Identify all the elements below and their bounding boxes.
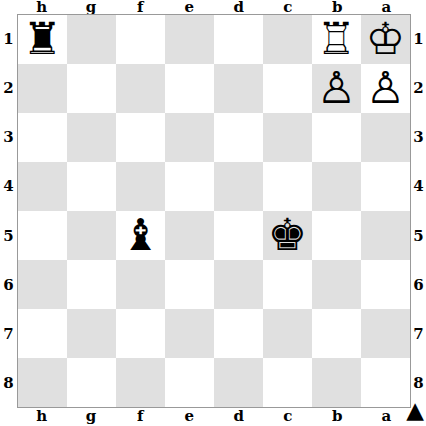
square-a1[interactable]: ♔ <box>361 15 410 64</box>
square-c7[interactable] <box>263 309 312 358</box>
rank-label-8: 8 <box>0 359 17 408</box>
square-a4[interactable] <box>361 162 410 211</box>
square-g1[interactable] <box>67 15 116 64</box>
side-to-move-indicator: ▲ <box>406 399 424 422</box>
rank-label-6: 6 <box>0 260 17 309</box>
square-g6[interactable] <box>67 260 116 309</box>
square-h5[interactable] <box>18 211 67 260</box>
square-a2[interactable]: ♙ <box>361 64 410 113</box>
rank-label-3: 3 <box>411 113 426 162</box>
white-rook-b1[interactable]: ♖ <box>317 17 356 61</box>
file-label-d: d <box>214 409 263 426</box>
rank-labels-right: 12345678 <box>411 14 426 408</box>
file-label-e: e <box>165 409 214 426</box>
file-label-b: b <box>313 409 362 426</box>
rank-label-3: 3 <box>0 113 17 162</box>
white-pawn-b2[interactable]: ♙ <box>317 66 356 110</box>
black-bishop-f5[interactable]: ♝ <box>121 213 160 257</box>
square-b6[interactable] <box>312 260 361 309</box>
square-e8[interactable] <box>165 358 214 407</box>
square-g4[interactable] <box>67 162 116 211</box>
square-h3[interactable] <box>18 113 67 162</box>
square-g2[interactable] <box>67 64 116 113</box>
square-f1[interactable] <box>116 15 165 64</box>
rank-label-4: 4 <box>411 162 426 211</box>
square-c5[interactable]: ♚ <box>263 211 312 260</box>
square-b8[interactable] <box>312 358 361 407</box>
rank-label-7: 7 <box>411 310 426 359</box>
square-b1[interactable]: ♖ <box>312 15 361 64</box>
rank-label-5: 5 <box>0 211 17 260</box>
file-label-c: c <box>263 409 312 426</box>
square-d6[interactable] <box>214 260 263 309</box>
file-label-h: h <box>17 0 66 14</box>
square-h8[interactable] <box>18 358 67 407</box>
file-label-h: h <box>17 409 66 426</box>
square-d4[interactable] <box>214 162 263 211</box>
square-e4[interactable] <box>165 162 214 211</box>
square-b2[interactable]: ♙ <box>312 64 361 113</box>
file-label-f: f <box>116 409 165 426</box>
square-c6[interactable] <box>263 260 312 309</box>
square-f4[interactable] <box>116 162 165 211</box>
square-g5[interactable] <box>67 211 116 260</box>
black-king-c5[interactable]: ♚ <box>268 213 307 257</box>
square-d5[interactable] <box>214 211 263 260</box>
square-c8[interactable] <box>263 358 312 407</box>
rank-label-1: 1 <box>411 14 426 63</box>
square-h2[interactable] <box>18 64 67 113</box>
square-e6[interactable] <box>165 260 214 309</box>
square-f6[interactable] <box>116 260 165 309</box>
square-g3[interactable] <box>67 113 116 162</box>
square-c4[interactable] <box>263 162 312 211</box>
rank-labels-left: 12345678 <box>0 14 17 408</box>
square-f3[interactable] <box>116 113 165 162</box>
white-king-a1[interactable]: ♔ <box>366 17 405 61</box>
square-b3[interactable] <box>312 113 361 162</box>
square-h6[interactable] <box>18 260 67 309</box>
square-a6[interactable] <box>361 260 410 309</box>
square-c3[interactable] <box>263 113 312 162</box>
square-h1[interactable]: ♜ <box>18 15 67 64</box>
file-label-g: g <box>66 0 115 14</box>
square-f8[interactable] <box>116 358 165 407</box>
rank-label-7: 7 <box>0 310 17 359</box>
file-label-b: b <box>313 0 362 14</box>
square-c1[interactable] <box>263 15 312 64</box>
square-b4[interactable] <box>312 162 361 211</box>
file-label-c: c <box>263 0 312 14</box>
file-label-f: f <box>116 0 165 14</box>
square-a7[interactable] <box>361 309 410 358</box>
square-e5[interactable] <box>165 211 214 260</box>
square-e7[interactable] <box>165 309 214 358</box>
rank-label-2: 2 <box>0 63 17 112</box>
square-e1[interactable] <box>165 15 214 64</box>
chess-board: ♜♖♔♙♙♝♚ <box>17 14 411 408</box>
square-a8[interactable] <box>361 358 410 407</box>
square-d8[interactable] <box>214 358 263 407</box>
chess-diagram: hgfedcba 12345678 ♜♖♔♙♙♝♚ 12345678 hgfed… <box>0 0 426 426</box>
square-a5[interactable] <box>361 211 410 260</box>
square-h4[interactable] <box>18 162 67 211</box>
file-labels-top: hgfedcba <box>17 0 411 14</box>
square-f2[interactable] <box>116 64 165 113</box>
file-label-g: g <box>66 409 115 426</box>
black-rook-h1[interactable]: ♜ <box>23 17 62 61</box>
square-d7[interactable] <box>214 309 263 358</box>
square-c2[interactable] <box>263 64 312 113</box>
square-g8[interactable] <box>67 358 116 407</box>
file-label-a: a <box>362 0 411 14</box>
rank-label-6: 6 <box>411 260 426 309</box>
rank-label-5: 5 <box>411 211 426 260</box>
file-label-d: d <box>214 0 263 14</box>
square-f5[interactable]: ♝ <box>116 211 165 260</box>
square-f7[interactable] <box>116 309 165 358</box>
square-d1[interactable] <box>214 15 263 64</box>
rank-label-1: 1 <box>0 14 17 63</box>
square-g7[interactable] <box>67 309 116 358</box>
square-h7[interactable] <box>18 309 67 358</box>
square-b5[interactable] <box>312 211 361 260</box>
square-a3[interactable] <box>361 113 410 162</box>
square-b7[interactable] <box>312 309 361 358</box>
white-pawn-a2[interactable]: ♙ <box>366 66 405 110</box>
file-labels-bottom: hgfedcba <box>17 409 411 426</box>
square-e3[interactable] <box>165 113 214 162</box>
square-d3[interactable] <box>214 113 263 162</box>
square-e2[interactable] <box>165 64 214 113</box>
rank-label-4: 4 <box>0 162 17 211</box>
file-label-a: a <box>362 409 411 426</box>
rank-label-2: 2 <box>411 63 426 112</box>
file-label-e: e <box>165 0 214 14</box>
square-d2[interactable] <box>214 64 263 113</box>
